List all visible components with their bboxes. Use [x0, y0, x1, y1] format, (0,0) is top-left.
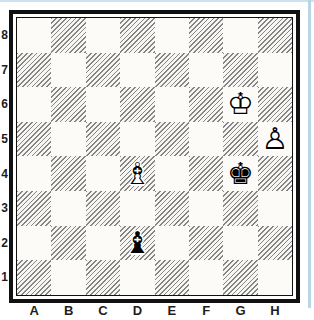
square-b5[interactable]	[51, 122, 85, 157]
rank-label-3: 3	[0, 191, 9, 226]
square-c6[interactable]	[86, 87, 120, 122]
square-a3[interactable]	[17, 191, 51, 226]
square-h2[interactable]	[258, 226, 292, 261]
square-c2[interactable]	[86, 226, 120, 261]
square-h5[interactable]: ♟♙	[258, 122, 292, 157]
file-label-h: H	[258, 302, 292, 318]
square-b2[interactable]	[51, 226, 85, 261]
square-f2[interactable]	[189, 226, 223, 261]
square-f8[interactable]	[189, 18, 223, 53]
file-label-f: F	[189, 302, 223, 318]
rank-label-1: 1	[0, 260, 9, 295]
square-e8[interactable]	[155, 18, 189, 53]
white-pawn-glyph: ♙	[261, 124, 288, 154]
rank-labels: 87654321	[0, 18, 9, 295]
square-h8[interactable]	[258, 18, 292, 53]
square-d1[interactable]	[120, 260, 154, 295]
rank-label-8: 8	[0, 18, 9, 53]
image-frame-top-line	[0, 0, 314, 2]
black-king[interactable]: ♚♚	[223, 156, 257, 191]
white-pawn[interactable]: ♟♙	[258, 122, 292, 157]
black-bishop-glyph: ♝	[124, 228, 151, 258]
square-g1[interactable]	[223, 260, 257, 295]
image-frame-right-line	[308, 0, 311, 308]
rank-label-4: 4	[0, 156, 9, 191]
square-c7[interactable]	[86, 53, 120, 88]
square-d5[interactable]	[120, 122, 154, 157]
square-f6[interactable]	[189, 87, 223, 122]
square-f4[interactable]	[189, 156, 223, 191]
square-c8[interactable]	[86, 18, 120, 53]
file-label-e: E	[155, 302, 189, 318]
square-h4[interactable]	[258, 156, 292, 191]
square-a5[interactable]	[17, 122, 51, 157]
square-g4[interactable]: ♚♚	[223, 156, 257, 191]
square-e1[interactable]	[155, 260, 189, 295]
rank-label-7: 7	[0, 53, 9, 88]
square-d8[interactable]	[120, 18, 154, 53]
square-b1[interactable]	[51, 260, 85, 295]
square-h1[interactable]	[258, 260, 292, 295]
chess-diagram: 87654321 ♚♔♟♙♝♗♚♚♝♝ ABCDEFGH	[0, 0, 314, 320]
square-c5[interactable]	[86, 122, 120, 157]
square-e5[interactable]	[155, 122, 189, 157]
square-h7[interactable]	[258, 53, 292, 88]
file-label-g: G	[223, 302, 257, 318]
square-f1[interactable]	[189, 260, 223, 295]
chess-board: ♚♔♟♙♝♗♚♚♝♝	[17, 18, 292, 295]
square-b3[interactable]	[51, 191, 85, 226]
square-g8[interactable]	[223, 18, 257, 53]
white-bishop-glyph: ♗	[124, 159, 151, 189]
square-b6[interactable]	[51, 87, 85, 122]
file-label-c: C	[86, 302, 120, 318]
square-b8[interactable]	[51, 18, 85, 53]
square-a1[interactable]	[17, 260, 51, 295]
square-d3[interactable]	[120, 191, 154, 226]
square-f5[interactable]	[189, 122, 223, 157]
square-a6[interactable]	[17, 87, 51, 122]
rank-label-2: 2	[0, 226, 9, 261]
file-label-b: B	[51, 302, 85, 318]
square-e4[interactable]	[155, 156, 189, 191]
rank-label-6: 6	[0, 87, 9, 122]
white-bishop[interactable]: ♝♗	[120, 156, 154, 191]
square-d4[interactable]: ♝♗	[120, 156, 154, 191]
white-king-glyph: ♔	[227, 89, 254, 119]
file-label-a: A	[17, 302, 51, 318]
square-a7[interactable]	[17, 53, 51, 88]
square-g5[interactable]	[223, 122, 257, 157]
black-bishop[interactable]: ♝♝	[120, 226, 154, 261]
square-c3[interactable]	[86, 191, 120, 226]
board-inner-border: ♚♔♟♙♝♗♚♚♝♝	[16, 17, 293, 296]
square-e2[interactable]	[155, 226, 189, 261]
square-b7[interactable]	[51, 53, 85, 88]
square-f7[interactable]	[189, 53, 223, 88]
rank-label-5: 5	[0, 122, 9, 157]
square-c4[interactable]	[86, 156, 120, 191]
square-e3[interactable]	[155, 191, 189, 226]
square-g7[interactable]	[223, 53, 257, 88]
square-a2[interactable]	[17, 226, 51, 261]
square-b4[interactable]	[51, 156, 85, 191]
square-e7[interactable]	[155, 53, 189, 88]
square-g3[interactable]	[223, 191, 257, 226]
black-king-glyph: ♚	[227, 159, 254, 189]
file-labels: ABCDEFGH	[17, 302, 292, 318]
square-c1[interactable]	[86, 260, 120, 295]
board-outer-border: ♚♔♟♙♝♗♚♚♝♝	[9, 10, 300, 303]
square-a4[interactable]	[17, 156, 51, 191]
square-d6[interactable]	[120, 87, 154, 122]
square-e6[interactable]	[155, 87, 189, 122]
square-g2[interactable]	[223, 226, 257, 261]
white-king[interactable]: ♚♔	[223, 87, 257, 122]
file-label-d: D	[120, 302, 154, 318]
square-d7[interactable]	[120, 53, 154, 88]
square-d2[interactable]: ♝♝	[120, 226, 154, 261]
square-h3[interactable]	[258, 191, 292, 226]
square-a8[interactable]	[17, 18, 51, 53]
square-h6[interactable]	[258, 87, 292, 122]
square-g6[interactable]: ♚♔	[223, 87, 257, 122]
square-f3[interactable]	[189, 191, 223, 226]
